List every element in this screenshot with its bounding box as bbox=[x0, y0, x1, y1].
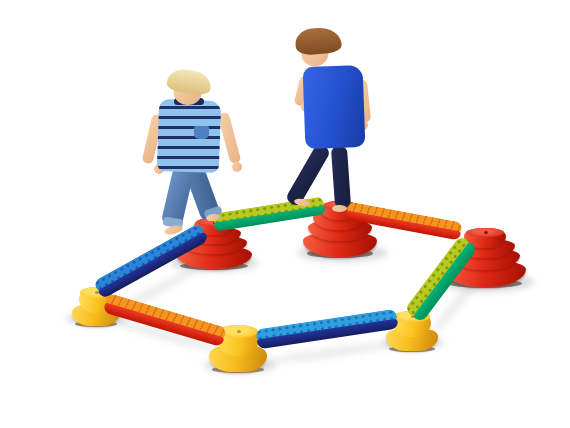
hand bbox=[232, 162, 242, 172]
leg-leggings bbox=[285, 142, 332, 207]
bare-foot bbox=[206, 213, 221, 222]
leg-leggings bbox=[331, 146, 351, 209]
chest-pocket bbox=[194, 126, 209, 139]
bare-foot bbox=[293, 197, 310, 207]
child-auburn-boy bbox=[288, 28, 388, 213]
child-blond-toddler bbox=[136, 70, 250, 242]
auburn-hair bbox=[294, 26, 342, 56]
balance-course-photo bbox=[0, 0, 570, 428]
bare-foot bbox=[332, 205, 347, 212]
head bbox=[294, 26, 343, 72]
head bbox=[163, 67, 213, 113]
torso-blue-tshirt bbox=[303, 65, 366, 149]
arm bbox=[217, 111, 241, 164]
